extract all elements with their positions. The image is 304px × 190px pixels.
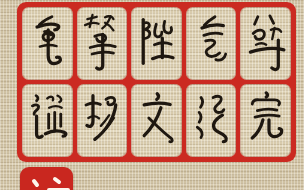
cell-r2c1 [22, 84, 73, 157]
cursive-glyph-wen-literature [133, 86, 180, 155]
series-badge-label: 辨 [46, 167, 47, 168]
cursive-glyph-yang-raise [79, 86, 126, 155]
cell-r1c5 [240, 7, 291, 80]
cell-r2c3 [131, 84, 182, 157]
cursive-glyph-mei-water [188, 86, 235, 155]
cursive-glyph-bi-palace-steps [133, 9, 180, 78]
cell-r1c1 [22, 7, 73, 80]
cursive-glyph-bie-softshell-turtle [79, 9, 126, 78]
calligraphy-sheet: Grid of ten cursive-script (caoshu) Chin… [0, 0, 304, 190]
badge-text-strokes [21, 173, 73, 190]
cursive-glyph-wan-complete [242, 86, 289, 155]
cursive-glyph-gui-turtle [24, 9, 71, 78]
cell-r1c3 [131, 7, 182, 80]
cell-r2c2 [77, 84, 128, 157]
sheet-transcription: Grid of ten cursive-script (caoshu) Chin… [0, 0, 1, 1]
red-lattice-grid [17, 2, 296, 162]
cursive-glyph-qi-air [188, 9, 235, 78]
series-badge: 辨 [20, 167, 73, 190]
cursive-glyph-su [242, 9, 289, 78]
cell-r2c5 [240, 84, 291, 157]
cell-r1c4 [186, 7, 237, 80]
cell-r1c2 [77, 7, 128, 80]
cell-r2c4 [186, 84, 237, 157]
cursive-glyph-zheng-certify [24, 86, 71, 155]
